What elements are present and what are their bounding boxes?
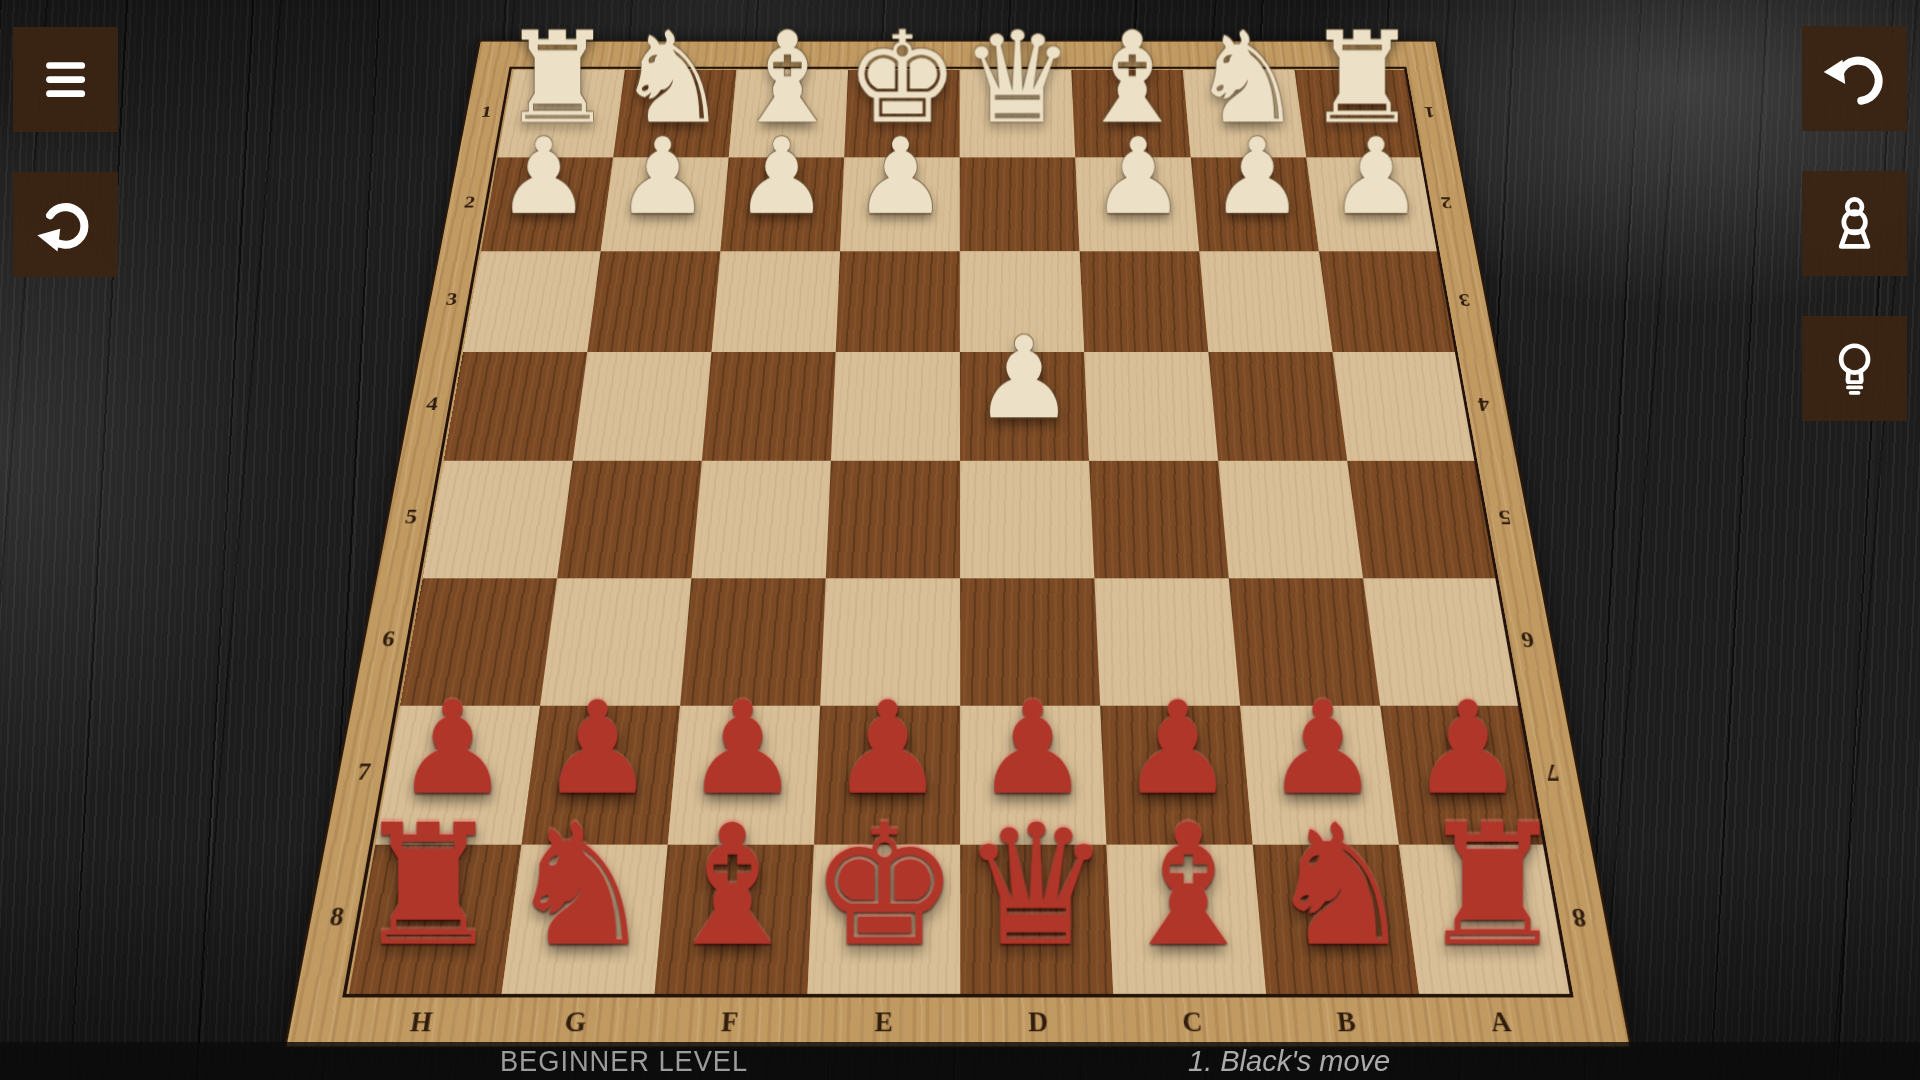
square-h2[interactable]: ♟	[481, 157, 613, 251]
square-g2[interactable]: ♟	[601, 157, 729, 251]
square-d8[interactable]: ♛	[960, 845, 1113, 997]
piece-bN-g8[interactable]: ♞	[504, 802, 656, 969]
square-f2[interactable]: ♟	[720, 157, 844, 251]
square-b2[interactable]: ♟	[1191, 157, 1319, 251]
square-c8[interactable]: ♝	[1107, 845, 1267, 997]
piece-bQ-d8[interactable]: ♛	[960, 802, 1112, 969]
square-f3[interactable]	[711, 251, 840, 352]
file-label-h: H	[406, 1006, 437, 1038]
square-a3[interactable]	[1319, 251, 1457, 352]
square-a4[interactable]	[1333, 352, 1477, 461]
level-label: BEGINNER LEVEL	[500, 1045, 748, 1078]
square-f5[interactable]	[691, 461, 831, 579]
square-h4[interactable]	[444, 352, 588, 461]
square-f4[interactable]	[702, 352, 836, 461]
rank-label-left-3: 3	[436, 289, 466, 309]
square-c5[interactable]	[1089, 461, 1229, 579]
menu-button[interactable]	[13, 27, 118, 132]
square-b8[interactable]: ♞	[1253, 845, 1420, 997]
app-background: { "game": "chess", "position": { "fen": …	[0, 0, 1920, 1080]
piece-wP-b2[interactable]: ♟	[1198, 124, 1317, 229]
piece-wP-h2[interactable]: ♟	[484, 124, 603, 229]
rank-label-left-6: 6	[371, 626, 406, 652]
rank-label-left-4: 4	[416, 393, 448, 415]
board-grid: ♜♞♝♚♛♝♞♜♟♟♟♟♟♟♟♟♟♟♟♟♟♟♟♟♜♞♝♚♛♝♞♜	[348, 70, 1572, 996]
file-label-c: C	[1178, 1006, 1207, 1038]
chessboard-scene: ♜♞♝♚♛♝♞♜♟♟♟♟♟♟♟♟♟♟♟♟♟♟♟♟♜♞♝♚♛♝♞♜ 1122334…	[284, 40, 1633, 1049]
hamburger-icon	[32, 46, 99, 113]
undo-arrow-icon	[1821, 45, 1888, 112]
square-d5[interactable]	[960, 461, 1094, 579]
move-indicator: 1. Black's move	[1188, 1045, 1390, 1078]
rank-label-right-2: 2	[1432, 193, 1461, 212]
square-h5[interactable]	[423, 461, 573, 579]
square-g8[interactable]: ♞	[501, 845, 667, 997]
square-h8[interactable]: ♜	[348, 845, 521, 997]
rank-label-left-7: 7	[346, 758, 382, 786]
piece-wP-e2[interactable]: ♟	[841, 124, 960, 229]
rank-label-right-4: 4	[1468, 393, 1500, 415]
piece-wP-a2[interactable]: ♟	[1317, 124, 1436, 229]
pawn-outline-icon	[1821, 190, 1888, 257]
rank-label-right-3: 3	[1449, 289, 1479, 309]
square-d2[interactable]	[960, 157, 1080, 251]
square-g4[interactable]	[573, 352, 712, 461]
square-b3[interactable]	[1199, 251, 1332, 352]
square-e2[interactable]: ♟	[840, 157, 960, 251]
rank-label-left-2: 2	[455, 193, 484, 212]
board-frame: ♜♞♝♚♛♝♞♜♟♟♟♟♟♟♟♟♟♟♟♟♟♟♟♟♜♞♝♚♛♝♞♜ 1122334…	[284, 40, 1633, 1049]
square-b5[interactable]	[1218, 461, 1363, 579]
square-c3[interactable]	[1080, 251, 1209, 352]
piece-bR-a8[interactable]: ♜	[1416, 802, 1568, 969]
hint-button[interactable]	[1802, 316, 1907, 421]
undo-button[interactable]	[1802, 26, 1907, 131]
square-e3[interactable]	[836, 251, 960, 352]
file-label-a: A	[1485, 1006, 1516, 1038]
rank-label-left-5: 5	[395, 505, 428, 529]
square-f8[interactable]: ♝	[654, 845, 814, 997]
file-label-d: D	[1025, 1006, 1052, 1038]
square-g5[interactable]	[557, 461, 702, 579]
square-c2[interactable]: ♟	[1075, 157, 1199, 251]
piece-wQ-d1[interactable]: ♛	[960, 14, 1075, 141]
status-bar: BEGINNER LEVEL 1. Black's move	[0, 1042, 1920, 1080]
piece-wP-d4[interactable]: ♟	[960, 322, 1088, 435]
square-h3[interactable]	[463, 251, 601, 352]
square-g3[interactable]	[587, 251, 720, 352]
piece-wP-f2[interactable]: ♟	[722, 124, 841, 229]
restart-arrow-icon	[32, 191, 99, 258]
square-c4[interactable]	[1084, 352, 1218, 461]
piece-wP-c2[interactable]: ♟	[1079, 124, 1198, 229]
square-e8[interactable]: ♚	[807, 845, 960, 997]
piece-wP-g2[interactable]: ♟	[603, 124, 722, 229]
square-d4[interactable]: ♟	[960, 352, 1089, 461]
restart-button[interactable]	[13, 172, 118, 277]
file-label-g: G	[561, 1006, 591, 1038]
square-a5[interactable]	[1347, 461, 1497, 579]
piece-bK-e8[interactable]: ♚	[808, 802, 960, 969]
rank-label-right-5: 5	[1488, 505, 1521, 529]
square-d1[interactable]: ♛	[960, 70, 1076, 157]
square-e5[interactable]	[826, 461, 960, 579]
square-b4[interactable]	[1208, 352, 1347, 461]
piece-bN-b8[interactable]: ♞	[1264, 802, 1416, 969]
piece-bR-h8[interactable]: ♜	[352, 802, 504, 969]
file-label-f: F	[715, 1006, 743, 1038]
square-a8[interactable]: ♜	[1399, 845, 1572, 997]
rank-label-left-8: 8	[318, 902, 356, 933]
piece-bB-c8[interactable]: ♝	[1112, 802, 1264, 969]
lightbulb-icon	[1821, 335, 1888, 402]
square-a2[interactable]: ♟	[1306, 157, 1438, 251]
piece-bB-f8[interactable]: ♝	[656, 802, 808, 969]
pieces-style-button[interactable]	[1802, 171, 1907, 276]
file-label-e: E	[870, 1006, 897, 1038]
rank-label-right-6: 6	[1510, 626, 1545, 652]
file-label-b: B	[1332, 1006, 1362, 1038]
square-e4[interactable]	[831, 352, 960, 461]
